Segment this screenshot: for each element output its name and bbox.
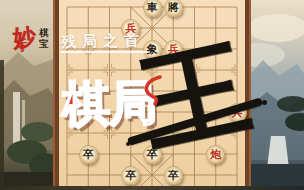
piece-character: 將	[168, 2, 179, 13]
xiangqi-piece-black: 卒	[164, 166, 183, 185]
cloud-shape	[247, 14, 304, 42]
red-curl-flourish	[140, 74, 164, 108]
rock-shape	[0, 60, 4, 190]
waterfall-shape	[22, 100, 25, 146]
ink-splatter-dot	[126, 142, 130, 146]
xiangqi-piece-black: 將	[164, 0, 183, 17]
bottom-letterbox-bar	[0, 186, 304, 190]
piece-character: 卒	[125, 170, 136, 181]
pine-tree-shape	[21, 122, 55, 142]
piece-character: 卒	[168, 170, 179, 181]
logo-sub-character: 宝	[39, 38, 49, 51]
ink-splatter-dot	[262, 100, 267, 105]
xiangqi-piece-black: 卒	[121, 166, 140, 185]
xiangqi-piece-black: 卒	[79, 145, 98, 164]
right-landscape-painting: 令无数棋迷驻足不能自拔	[247, 0, 304, 190]
xiangqi-piece-black: 車	[143, 0, 162, 17]
thumbnail-stage: 令无数棋迷驻足不能自拔 車將兵象兵兵卒卒炮卒卒 妙 手 棋 宝 残局之首 王 棋…	[0, 0, 304, 190]
piece-character: 車	[147, 2, 158, 13]
channel-logo-seal: 妙 手 棋 宝	[13, 24, 57, 56]
piece-character: 卒	[83, 149, 94, 160]
